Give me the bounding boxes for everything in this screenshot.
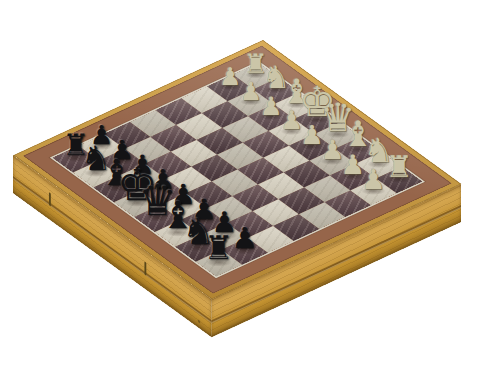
white-pawn-a2: ♟ [361, 166, 385, 193]
pieces-layer: ♜♞♝♛♚♝♞♜♟♟♟♟♟♟♟♟♟♟♟♟♟♟♟♟♜♞♝♛♚♝♞♜ [0, 0, 500, 377]
white-pawn-h2: ♟ [219, 65, 241, 90]
white-pawn-f2: ♟ [260, 94, 283, 119]
chess-set-product-photo: ♜♞♝♛♚♝♞♜♟♟♟♟♟♟♟♟♟♟♟♟♟♟♟♟♜♞♝♛♚♝♞♜ [0, 0, 500, 377]
black-rook-a8: ♜ [204, 233, 233, 266]
black-pawn-a7: ♟ [232, 224, 258, 253]
white-pawn-g2: ♟ [239, 79, 261, 104]
white-rook-a1: ♜ [386, 152, 413, 182]
